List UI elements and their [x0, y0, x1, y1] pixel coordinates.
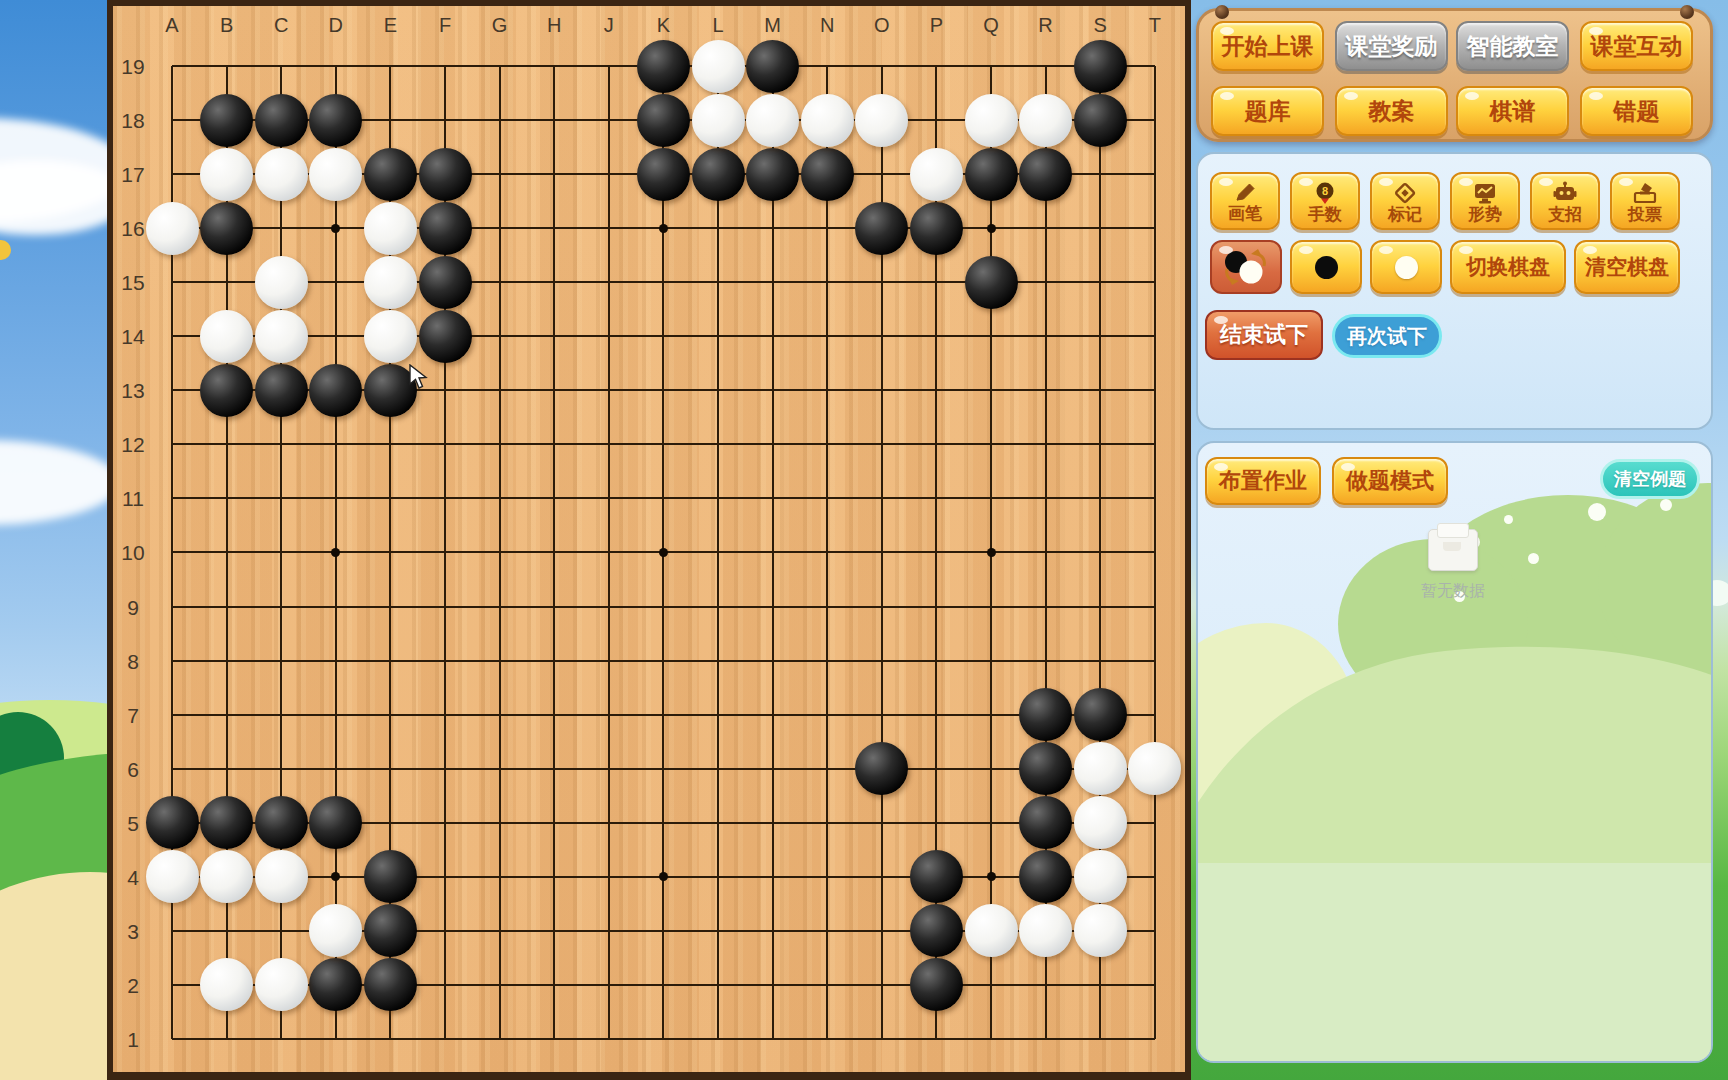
- white-stone: [309, 148, 362, 201]
- black-stone: [1074, 688, 1127, 741]
- white-stone: [1074, 742, 1127, 795]
- row-label: 13: [115, 379, 151, 403]
- star-point: [659, 224, 668, 233]
- row-label: 2: [115, 974, 151, 998]
- column-label: N: [812, 14, 842, 37]
- star-point: [659, 548, 668, 557]
- tool-label: 形势: [1468, 206, 1502, 224]
- black-stone: [255, 364, 308, 417]
- star-point: [987, 224, 996, 233]
- black-stone: [910, 850, 963, 903]
- star-point: [987, 548, 996, 557]
- row-label: 7: [115, 704, 151, 728]
- row-label: 10: [115, 541, 151, 565]
- grid-line: [717, 66, 719, 1039]
- retry-trial-button[interactable]: 再次试下: [1332, 314, 1442, 358]
- row-label: 17: [115, 163, 151, 187]
- white-stone: [200, 850, 253, 903]
- wrong-questions-button[interactable]: 错题: [1580, 86, 1693, 136]
- white-stone: [146, 850, 199, 903]
- row-label: 15: [115, 271, 151, 295]
- empty-state: 暂无数据: [1368, 529, 1538, 602]
- white-stone: [255, 256, 308, 309]
- white-stone: [364, 256, 417, 309]
- white-stone: [1019, 94, 1072, 147]
- column-label: K: [648, 14, 678, 37]
- black-stone: [1019, 688, 1072, 741]
- white-stone: [692, 94, 745, 147]
- column-label: S: [1085, 14, 1115, 37]
- star-point: [331, 548, 340, 557]
- column-label: O: [867, 14, 897, 37]
- white-stone: [200, 310, 253, 363]
- black-stone: [309, 364, 362, 417]
- tool-label: 标记: [1388, 206, 1422, 224]
- column-label: B: [212, 14, 242, 37]
- star-point: [331, 224, 340, 233]
- black-stone: [1019, 850, 1072, 903]
- grid-line: [772, 66, 774, 1039]
- black-stone: [309, 796, 362, 849]
- question-bank-button[interactable]: 题库: [1211, 86, 1324, 136]
- hill: [1196, 863, 1713, 1063]
- black-stone: [1019, 742, 1072, 795]
- lesson-plan-button[interactable]: 教案: [1335, 86, 1448, 136]
- white-stone: [200, 958, 253, 1011]
- empty-state-text: 暂无数据: [1368, 581, 1538, 602]
- column-label: C: [266, 14, 296, 37]
- black-stone: [910, 202, 963, 255]
- board-tools-panel: 画笔 8 手数 标记 形势: [1196, 152, 1713, 430]
- smart-classroom-button[interactable]: 智能教室: [1456, 21, 1569, 71]
- white-stone: [1019, 904, 1072, 957]
- column-label: J: [594, 14, 624, 37]
- vote-tool-button[interactable]: 投票: [1610, 172, 1680, 230]
- white-stone: [1128, 742, 1181, 795]
- grid-line: [826, 66, 828, 1039]
- grid-line: [172, 768, 1155, 770]
- black-stone: [1019, 148, 1072, 201]
- black-stone: [855, 202, 908, 255]
- column-label: E: [375, 14, 405, 37]
- row-label: 3: [115, 920, 151, 944]
- black-stone: [965, 148, 1018, 201]
- empty-tray-icon: [1428, 529, 1478, 571]
- quiz-mode-button[interactable]: 做题模式: [1332, 457, 1448, 505]
- row-label: 19: [115, 55, 151, 79]
- brush-tool-button[interactable]: 画笔: [1210, 172, 1280, 230]
- black-stone: [419, 256, 472, 309]
- grid-line: [172, 606, 1155, 608]
- column-label: H: [539, 14, 569, 37]
- column-label: L: [703, 14, 733, 37]
- territory-icon: [1472, 181, 1498, 205]
- assign-homework-button[interactable]: 布置作业: [1205, 457, 1321, 505]
- white-stone: [1074, 850, 1127, 903]
- column-label: P: [921, 14, 951, 37]
- white-stone: [255, 850, 308, 903]
- cloud: [0, 440, 120, 525]
- alternate-stones-icon: [1218, 245, 1274, 289]
- column-label: Q: [976, 14, 1006, 37]
- white-stone-mode-button[interactable]: [1370, 240, 1442, 294]
- white-stone: [855, 94, 908, 147]
- black-stone: [746, 40, 799, 93]
- go-board[interactable]: ABCDEFGHJKLMNOPQRST191817161514131211109…: [107, 0, 1191, 1080]
- black-stone: [855, 742, 908, 795]
- column-label: F: [430, 14, 460, 37]
- grid-line: [1154, 66, 1156, 1039]
- pencil-icon: [1233, 182, 1257, 204]
- white-stone: [692, 40, 745, 93]
- clear-board-button[interactable]: 清空棋盘: [1574, 240, 1680, 294]
- black-stone: [419, 310, 472, 363]
- bush-dot: [1588, 503, 1606, 521]
- white-stone: [364, 202, 417, 255]
- star-point: [987, 872, 996, 881]
- black-stone: [419, 148, 472, 201]
- black-stone: [146, 796, 199, 849]
- bush-dot: [1504, 515, 1513, 524]
- class-reward-button[interactable]: 课堂奖励: [1335, 21, 1448, 71]
- grid-line: [172, 660, 1155, 662]
- black-stone: [1074, 40, 1127, 93]
- row-label: 12: [115, 433, 151, 457]
- row-label: 11: [115, 487, 151, 511]
- row-label: 9: [115, 596, 151, 620]
- white-stone: [255, 958, 308, 1011]
- mouse-cursor: [408, 364, 432, 390]
- move-number-icon: 8: [1313, 181, 1337, 205]
- black-stone: [1019, 796, 1072, 849]
- black-stone: [364, 148, 417, 201]
- grid-line: [172, 1038, 1155, 1040]
- white-stone: [1074, 796, 1127, 849]
- white-stone: [255, 310, 308, 363]
- black-stone: [965, 256, 1018, 309]
- switch-board-button[interactable]: 切换棋盘: [1450, 240, 1566, 294]
- black-stone: [309, 94, 362, 147]
- white-stone: [801, 94, 854, 147]
- column-label: D: [321, 14, 351, 37]
- white-stone: [965, 904, 1018, 957]
- black-stone-mode-button[interactable]: [1290, 240, 1362, 294]
- black-stone: [746, 148, 799, 201]
- black-stone-icon: [1315, 256, 1338, 279]
- black-stone: [255, 796, 308, 849]
- game-record-button[interactable]: 棋谱: [1456, 86, 1569, 136]
- row-label: 8: [115, 650, 151, 674]
- black-stone: [309, 958, 362, 1011]
- black-stone: [910, 904, 963, 957]
- robot-hint-icon: [1552, 181, 1578, 205]
- svg-text:8: 8: [1322, 185, 1328, 197]
- row-label: 18: [115, 109, 151, 133]
- start-class-button[interactable]: 开始上课: [1211, 21, 1324, 71]
- nail-icon: [1215, 5, 1229, 19]
- white-stone: [146, 202, 199, 255]
- black-stone: [910, 958, 963, 1011]
- black-stone: [419, 202, 472, 255]
- black-stone: [801, 148, 854, 201]
- tool-label: 投票: [1628, 206, 1662, 224]
- grid-line: [172, 714, 1155, 716]
- black-stone: [255, 94, 308, 147]
- bush-dot: [1660, 499, 1672, 511]
- white-stone: [1074, 904, 1127, 957]
- class-menu-panel: 开始上课 课堂奖励 智能教室 课堂互动 题库 教案 棋谱 错题: [1196, 8, 1713, 142]
- tool-label: 支招: [1548, 206, 1582, 224]
- tool-label: 手数: [1308, 206, 1342, 224]
- territory-tool-button[interactable]: 形势: [1450, 172, 1520, 230]
- black-stone: [200, 94, 253, 147]
- black-stone: [1074, 94, 1127, 147]
- black-stone: [637, 40, 690, 93]
- move-number-tool-button[interactable]: 8 手数: [1290, 172, 1360, 230]
- mark-tool-button[interactable]: 标记: [1370, 172, 1440, 230]
- white-stone: [200, 148, 253, 201]
- mark-icon: [1393, 181, 1417, 205]
- homework-panel: 暂无数据 布置作业 做题模式 清空例题: [1196, 441, 1713, 1063]
- end-trial-button[interactable]: 结束试下: [1205, 310, 1323, 360]
- column-label: A: [157, 14, 187, 37]
- column-label: G: [485, 14, 515, 37]
- row-label: 6: [115, 758, 151, 782]
- class-interaction-button[interactable]: 课堂互动: [1580, 21, 1693, 71]
- star-point: [331, 872, 340, 881]
- black-stone: [364, 904, 417, 957]
- star-point: [659, 872, 668, 881]
- black-stone: [200, 202, 253, 255]
- black-stone: [200, 796, 253, 849]
- hint-tool-button[interactable]: 支招: [1530, 172, 1600, 230]
- white-stone: [746, 94, 799, 147]
- column-label: M: [758, 14, 788, 37]
- white-stone: [910, 148, 963, 201]
- black-stone: [637, 94, 690, 147]
- column-label: T: [1140, 14, 1170, 37]
- white-stone: [309, 904, 362, 957]
- yellow-dot: [0, 240, 11, 260]
- black-stone: [364, 958, 417, 1011]
- tool-label: 画笔: [1228, 205, 1262, 223]
- black-stone: [364, 850, 417, 903]
- black-stone: [637, 148, 690, 201]
- white-stone: [364, 310, 417, 363]
- nail-icon: [1680, 5, 1694, 19]
- column-label: R: [1031, 14, 1061, 37]
- clear-examples-button[interactable]: 清空例题: [1600, 459, 1700, 499]
- alternate-stone-mode-button[interactable]: [1210, 240, 1282, 294]
- black-stone: [200, 364, 253, 417]
- row-label: 14: [115, 325, 151, 349]
- black-stone: [692, 148, 745, 201]
- app-screen: ABCDEFGHJKLMNOPQRST191817161514131211109…: [0, 0, 1728, 1080]
- ballot-vote-icon: [1632, 181, 1658, 205]
- white-stone: [255, 148, 308, 201]
- white-stone-icon: [1395, 256, 1418, 279]
- white-stone: [965, 94, 1018, 147]
- row-label: 1: [115, 1028, 151, 1052]
